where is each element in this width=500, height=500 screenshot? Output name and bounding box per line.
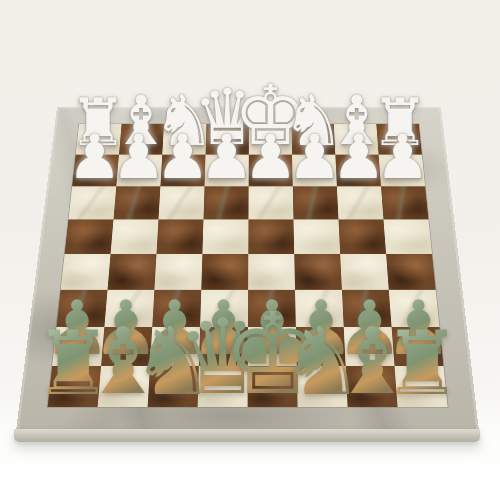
piece-onyx-rook-h1[interactable]: ♜ <box>383 320 462 408</box>
square-g5[interactable] <box>338 219 386 253</box>
scene: ♜♝♞♛♚♞♝♜♟♟♟♟♟♟♟♟♟♟♟♟♟♟♟♟♜♝♞♛♚♞♝♜ <box>0 0 500 500</box>
square-b5[interactable] <box>111 219 159 253</box>
square-a5[interactable] <box>65 219 114 253</box>
square-d5[interactable] <box>202 219 248 253</box>
board-front-edge <box>14 429 480 442</box>
piece-alabaster-pawn-h7[interactable]: ♟ <box>375 125 430 186</box>
square-h5[interactable] <box>383 219 432 253</box>
square-e5[interactable] <box>248 219 294 253</box>
square-f5[interactable] <box>293 219 340 253</box>
square-c5[interactable] <box>156 219 203 253</box>
